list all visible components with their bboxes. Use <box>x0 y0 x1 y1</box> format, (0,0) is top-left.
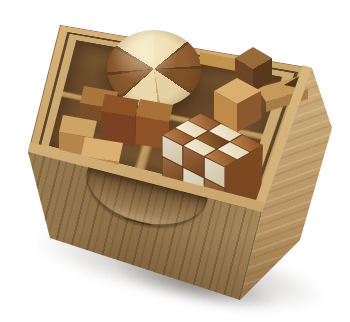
puzzle-box-photo <box>0 0 350 322</box>
